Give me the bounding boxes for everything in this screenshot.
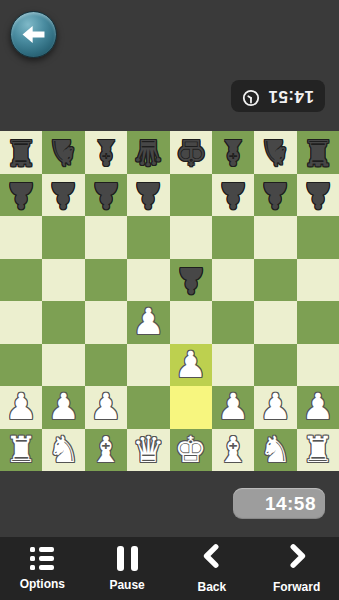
- black-pawn: ♟: [217, 177, 249, 213]
- square-h7[interactable]: ♟: [297, 174, 339, 217]
- square-a2[interactable]: ♟: [0, 386, 42, 429]
- opponent-clock-time: 14:51: [268, 86, 314, 106]
- black-pawn: ♟: [175, 262, 207, 298]
- player-clock: 14:58: [233, 488, 325, 519]
- white-pawn: ♟: [47, 389, 79, 425]
- black-knight: ♞: [47, 134, 79, 170]
- black-queen: ♛: [132, 134, 164, 170]
- white-pawn: ♟: [132, 304, 164, 340]
- back-label: Back: [198, 580, 227, 594]
- white-knight: ♞: [259, 432, 291, 468]
- square-a3[interactable]: [0, 344, 42, 387]
- pause-label: Pause: [109, 578, 144, 592]
- square-e1[interactable]: ♚: [170, 429, 212, 472]
- white-bishop: ♝: [90, 432, 122, 468]
- black-pawn: ♟: [132, 177, 164, 213]
- square-d1[interactable]: ♛: [127, 429, 169, 472]
- arrow-left-icon: [20, 21, 47, 48]
- square-b2[interactable]: ♟: [42, 386, 84, 429]
- square-b5[interactable]: [42, 259, 84, 302]
- square-c7[interactable]: ♟: [85, 174, 127, 217]
- black-pawn: ♟: [47, 177, 79, 213]
- square-b3[interactable]: [42, 344, 84, 387]
- pause-button[interactable]: Pause: [85, 537, 170, 600]
- black-king: ♚: [175, 134, 207, 170]
- player-clock-time: 14:58: [265, 493, 316, 515]
- white-rook: ♜: [5, 432, 37, 468]
- square-c2[interactable]: ♟: [85, 386, 127, 429]
- square-h1[interactable]: ♜: [297, 429, 339, 472]
- white-pawn: ♟: [259, 389, 291, 425]
- top-bar: 14:51: [0, 0, 339, 131]
- square-f2[interactable]: ♟: [212, 386, 254, 429]
- white-pawn: ♟: [217, 389, 249, 425]
- square-a7[interactable]: ♟: [0, 174, 42, 217]
- square-g1[interactable]: ♞: [254, 429, 296, 472]
- options-label: Options: [20, 577, 65, 591]
- black-bishop: ♝: [90, 134, 122, 170]
- back-button[interactable]: [10, 11, 57, 58]
- square-e7[interactable]: [170, 174, 212, 217]
- white-pawn: ♟: [90, 389, 122, 425]
- square-f4[interactable]: [212, 301, 254, 344]
- white-pawn: ♟: [302, 389, 334, 425]
- square-g3[interactable]: [254, 344, 296, 387]
- black-rook: ♜: [302, 134, 334, 170]
- square-b6[interactable]: [42, 216, 84, 259]
- square-c8[interactable]: ♝: [85, 131, 127, 174]
- white-rook: ♜: [302, 432, 334, 468]
- square-a1[interactable]: ♜: [0, 429, 42, 472]
- pause-icon: [117, 546, 138, 571]
- square-g8[interactable]: ♞: [254, 131, 296, 174]
- square-b1[interactable]: ♞: [42, 429, 84, 472]
- square-h8[interactable]: ♜: [297, 131, 339, 174]
- square-h5[interactable]: [297, 259, 339, 302]
- square-d4[interactable]: ♟: [127, 301, 169, 344]
- black-pawn: ♟: [90, 177, 122, 213]
- forward-label: Forward: [273, 580, 320, 594]
- square-g2[interactable]: ♟: [254, 386, 296, 429]
- opponent-clock: 14:51: [231, 80, 325, 112]
- square-f7[interactable]: ♟: [212, 174, 254, 217]
- square-d3[interactable]: [127, 344, 169, 387]
- square-g6[interactable]: [254, 216, 296, 259]
- options-button[interactable]: Options: [0, 537, 85, 600]
- forward-move-button[interactable]: Forward: [254, 537, 339, 600]
- square-c5[interactable]: [85, 259, 127, 302]
- square-f5[interactable]: [212, 259, 254, 302]
- options-list-icon: [30, 547, 54, 570]
- bottom-toolbar: Options Pause Back Forward: [0, 537, 339, 600]
- square-e3[interactable]: ♟: [170, 344, 212, 387]
- white-pawn: ♟: [175, 347, 207, 383]
- white-pawn: ♟: [5, 389, 37, 425]
- black-rook: ♜: [5, 134, 37, 170]
- square-f8[interactable]: ♝: [212, 131, 254, 174]
- square-e6[interactable]: [170, 216, 212, 259]
- chess-app-screen: 14:51 ♜♞♝♛♚♝♞♜♟♟♟♟♟♟♟♟♟♟♟♟♟♟♟♟♜♞♝♛♚♝♞♜ 1…: [0, 0, 339, 600]
- square-b8[interactable]: ♞: [42, 131, 84, 174]
- square-a8[interactable]: ♜: [0, 131, 42, 174]
- square-e4[interactable]: [170, 301, 212, 344]
- square-h6[interactable]: [297, 216, 339, 259]
- square-h4[interactable]: [297, 301, 339, 344]
- square-d5[interactable]: [127, 259, 169, 302]
- square-a5[interactable]: [0, 259, 42, 302]
- square-d6[interactable]: [127, 216, 169, 259]
- clock-icon: [242, 85, 260, 107]
- square-g5[interactable]: [254, 259, 296, 302]
- black-knight: ♞: [259, 134, 291, 170]
- square-f1[interactable]: ♝: [212, 429, 254, 472]
- white-bishop: ♝: [217, 432, 249, 468]
- black-pawn: ♟: [302, 177, 334, 213]
- square-a4[interactable]: [0, 301, 42, 344]
- chevron-right-icon: [284, 543, 310, 573]
- square-a6[interactable]: [0, 216, 42, 259]
- square-d8[interactable]: ♛: [127, 131, 169, 174]
- square-c1[interactable]: ♝: [85, 429, 127, 472]
- back-move-button[interactable]: Back: [170, 537, 255, 600]
- square-e8[interactable]: ♚: [170, 131, 212, 174]
- square-h2[interactable]: ♟: [297, 386, 339, 429]
- square-e2[interactable]: [170, 386, 212, 429]
- black-pawn: ♟: [259, 177, 291, 213]
- square-c6[interactable]: [85, 216, 127, 259]
- square-c4[interactable]: [85, 301, 127, 344]
- player-clock-strip: 14:58: [0, 471, 339, 537]
- square-f3[interactable]: [212, 344, 254, 387]
- black-bishop: ♝: [217, 134, 249, 170]
- white-king: ♚: [175, 432, 207, 468]
- square-b4[interactable]: [42, 301, 84, 344]
- square-d7[interactable]: ♟: [127, 174, 169, 217]
- square-g7[interactable]: ♟: [254, 174, 296, 217]
- square-f6[interactable]: [212, 216, 254, 259]
- square-h3[interactable]: [297, 344, 339, 387]
- square-d2[interactable]: [127, 386, 169, 429]
- chevron-left-icon: [199, 543, 225, 573]
- square-g4[interactable]: [254, 301, 296, 344]
- chess-board[interactable]: ♜♞♝♛♚♝♞♜♟♟♟♟♟♟♟♟♟♟♟♟♟♟♟♟♜♞♝♛♚♝♞♜: [0, 131, 339, 471]
- square-c3[interactable]: [85, 344, 127, 387]
- square-e5[interactable]: ♟: [170, 259, 212, 302]
- white-queen: ♛: [132, 432, 164, 468]
- black-pawn: ♟: [5, 177, 37, 213]
- white-knight: ♞: [47, 432, 79, 468]
- square-b7[interactable]: ♟: [42, 174, 84, 217]
